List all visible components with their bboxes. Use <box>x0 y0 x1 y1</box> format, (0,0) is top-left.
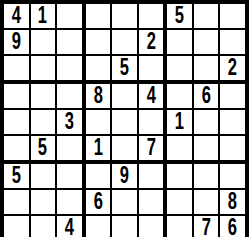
cell-r3c1[interactable] <box>4 56 29 80</box>
cell-r9c7[interactable] <box>167 216 192 237</box>
sudoku-board: 4192552358417615496876 <box>0 0 249 237</box>
given-digit: 1 <box>38 4 47 28</box>
cell-r4c4[interactable]: 8 <box>86 84 111 108</box>
cell-r8c2[interactable] <box>31 190 56 214</box>
sudoku-block-4: 35 <box>4 84 82 160</box>
cell-r1c4[interactable] <box>86 4 111 28</box>
given-digit: 4 <box>65 216 74 237</box>
cell-r6c9[interactable] <box>220 136 245 160</box>
cell-r8c6[interactable] <box>139 190 164 214</box>
given-digit: 9 <box>120 164 129 188</box>
given-digit: 4 <box>146 84 155 108</box>
given-digit: 5 <box>12 164 21 188</box>
cell-r2c3[interactable] <box>57 30 82 54</box>
cell-r7c4[interactable] <box>86 164 111 188</box>
cell-r7c5[interactable]: 9 <box>112 164 137 188</box>
cell-r7c2[interactable] <box>31 164 56 188</box>
cell-r1c1[interactable]: 4 <box>4 4 29 28</box>
cell-r5c3[interactable]: 3 <box>57 110 82 134</box>
cell-r6c8[interactable] <box>194 136 219 160</box>
given-digit: 6 <box>93 190 102 214</box>
cell-r4c9[interactable] <box>220 84 245 108</box>
cell-r1c5[interactable] <box>112 4 137 28</box>
given-digit: 5 <box>38 136 47 160</box>
cell-r3c9[interactable]: 2 <box>220 56 245 80</box>
given-digit: 6 <box>228 216 237 237</box>
cell-r9c6[interactable] <box>139 216 164 237</box>
cell-r5c9[interactable] <box>220 110 245 134</box>
given-digit: 9 <box>12 30 21 54</box>
cell-r2c6[interactable]: 2 <box>139 30 164 54</box>
given-digit: 5 <box>120 56 129 80</box>
cell-r3c7[interactable] <box>167 56 192 80</box>
cell-r9c1[interactable] <box>4 216 29 237</box>
cell-r9c5[interactable] <box>112 216 137 237</box>
cell-r1c8[interactable] <box>194 4 219 28</box>
cell-r5c8[interactable] <box>194 110 219 134</box>
cell-r7c8[interactable] <box>194 164 219 188</box>
cell-r5c1[interactable] <box>4 110 29 134</box>
cell-r2c4[interactable] <box>86 30 111 54</box>
cell-r9c8[interactable]: 7 <box>194 216 219 237</box>
cell-r3c6[interactable] <box>139 56 164 80</box>
cell-r6c2[interactable]: 5 <box>31 136 56 160</box>
cell-r5c5[interactable] <box>112 110 137 134</box>
sudoku-block-2: 25 <box>86 4 164 80</box>
cell-r6c4[interactable]: 1 <box>86 136 111 160</box>
cell-r4c5[interactable] <box>112 84 137 108</box>
cell-r2c1[interactable]: 9 <box>4 30 29 54</box>
cell-r4c8[interactable]: 6 <box>194 84 219 108</box>
given-digit: 1 <box>175 110 184 134</box>
cell-r9c3[interactable]: 4 <box>57 216 82 237</box>
sudoku-block-1: 419 <box>4 4 82 80</box>
cell-r6c7[interactable] <box>167 136 192 160</box>
cell-r7c7[interactable] <box>167 164 192 188</box>
sudoku-block-8: 96 <box>86 164 164 237</box>
sudoku-block-6: 61 <box>167 84 245 160</box>
cell-r8c3[interactable] <box>57 190 82 214</box>
cell-r8c7[interactable] <box>167 190 192 214</box>
sudoku-block-3: 52 <box>167 4 245 80</box>
given-digit: 1 <box>93 136 102 160</box>
cell-r1c9[interactable] <box>220 4 245 28</box>
cell-r5c4[interactable] <box>86 110 111 134</box>
cell-r4c1[interactable] <box>4 84 29 108</box>
given-digit: 7 <box>146 136 155 160</box>
cell-r2c9[interactable] <box>220 30 245 54</box>
cell-r8c1[interactable] <box>4 190 29 214</box>
cell-r9c2[interactable] <box>31 216 56 237</box>
cell-r7c1[interactable]: 5 <box>4 164 29 188</box>
cell-r2c7[interactable] <box>167 30 192 54</box>
cell-r9c4[interactable] <box>86 216 111 237</box>
cell-r4c7[interactable] <box>167 84 192 108</box>
cell-r2c5[interactable] <box>112 30 137 54</box>
cell-r7c3[interactable] <box>57 164 82 188</box>
cell-r6c6[interactable]: 7 <box>139 136 164 160</box>
cell-r5c7[interactable]: 1 <box>167 110 192 134</box>
given-digit: 7 <box>202 216 211 237</box>
given-digit: 2 <box>228 56 237 80</box>
cell-r8c5[interactable] <box>112 190 137 214</box>
given-digit: 8 <box>228 190 237 214</box>
cell-r8c9[interactable]: 8 <box>220 190 245 214</box>
cell-r1c7[interactable]: 5 <box>167 4 192 28</box>
sudoku-block-9: 876 <box>167 164 245 237</box>
cell-r4c6[interactable]: 4 <box>139 84 164 108</box>
cell-r6c1[interactable] <box>4 136 29 160</box>
given-digit: 8 <box>93 84 102 108</box>
cell-r9c9[interactable]: 6 <box>220 216 245 237</box>
cell-r6c3[interactable] <box>57 136 82 160</box>
cell-r3c2[interactable] <box>31 56 56 80</box>
cell-r7c9[interactable] <box>220 164 245 188</box>
cell-r4c3[interactable] <box>57 84 82 108</box>
cell-r3c3[interactable] <box>57 56 82 80</box>
given-digit: 2 <box>146 30 155 54</box>
cell-r5c2[interactable] <box>31 110 56 134</box>
cell-r3c8[interactable] <box>194 56 219 80</box>
sudoku-block-7: 54 <box>4 164 82 237</box>
cell-r1c6[interactable] <box>139 4 164 28</box>
cell-r8c8[interactable] <box>194 190 219 214</box>
cell-r3c4[interactable] <box>86 56 111 80</box>
cell-r3c5[interactable]: 5 <box>112 56 137 80</box>
given-digit: 6 <box>202 84 211 108</box>
given-digit: 3 <box>65 110 74 134</box>
sudoku-block-5: 8417 <box>86 84 164 160</box>
given-digit: 4 <box>12 4 21 28</box>
cell-r2c8[interactable] <box>194 30 219 54</box>
cell-r6c5[interactable] <box>112 136 137 160</box>
cell-r8c4[interactable]: 6 <box>86 190 111 214</box>
given-digit: 5 <box>175 4 184 28</box>
cell-r1c2[interactable]: 1 <box>31 4 56 28</box>
cell-r5c6[interactable] <box>139 110 164 134</box>
cell-r7c6[interactable] <box>139 164 164 188</box>
cell-r4c2[interactable] <box>31 84 56 108</box>
cell-r1c3[interactable] <box>57 4 82 28</box>
cell-r2c2[interactable] <box>31 30 56 54</box>
